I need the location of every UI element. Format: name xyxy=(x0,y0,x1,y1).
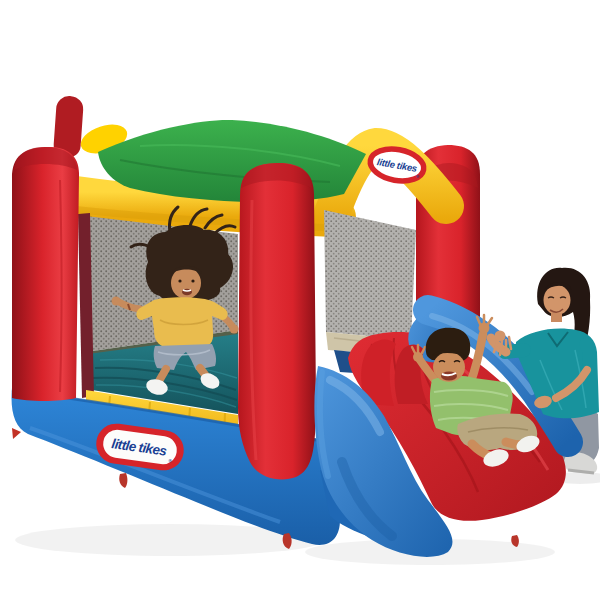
bounce-house-scene: little tikes ® xyxy=(0,0,600,600)
product-photo: little tikes ® xyxy=(0,0,600,600)
front-left-column xyxy=(12,147,79,401)
mesh-panel-right xyxy=(324,210,416,340)
woman-left-hand xyxy=(495,331,506,342)
front-middle-column xyxy=(238,163,316,480)
woman-face xyxy=(544,285,571,315)
